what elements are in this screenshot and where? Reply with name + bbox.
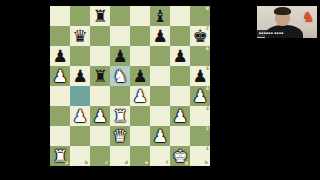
rank-label-4: 4	[206, 87, 209, 92]
webcam-overlay: ♞ ▪▪▪▪▪▪ ▪▪▪▪	[257, 6, 317, 38]
square-b2[interactable]	[70, 126, 90, 146]
square-a7[interactable]	[50, 26, 70, 46]
file-label-d: d	[125, 161, 128, 166]
square-g3[interactable]: ♟	[170, 106, 190, 126]
square-c7[interactable]	[90, 26, 110, 46]
square-a2[interactable]	[50, 126, 70, 146]
square-b5[interactable]: ♟	[70, 66, 90, 86]
square-e7[interactable]	[130, 26, 150, 46]
square-f7[interactable]: ♟	[150, 26, 170, 46]
square-d1[interactable]: d	[110, 146, 130, 166]
square-a3[interactable]	[50, 106, 70, 126]
square-c2[interactable]	[90, 126, 110, 146]
square-b1[interactable]: b	[70, 146, 90, 166]
square-b4[interactable]	[70, 86, 90, 106]
black-pawn[interactable]: ♟	[130, 66, 150, 86]
white-pawn[interactable]: ♟	[130, 86, 150, 106]
file-label-b: b	[85, 161, 88, 166]
square-h2[interactable]: 2	[190, 126, 210, 146]
white-knight[interactable]: ♞	[110, 66, 130, 86]
square-h6[interactable]: 6	[190, 46, 210, 66]
square-b6[interactable]	[70, 46, 90, 66]
file-label-f: f	[166, 161, 168, 166]
square-c1[interactable]: c	[90, 146, 110, 166]
white-rook[interactable]: ♜	[110, 106, 130, 126]
square-c4[interactable]	[90, 86, 110, 106]
square-a6[interactable]: ♟	[50, 46, 70, 66]
square-f5[interactable]	[150, 66, 170, 86]
rank-label-7: 7	[206, 27, 209, 32]
square-b7[interactable]: ♛	[70, 26, 90, 46]
square-d6[interactable]: ♟	[110, 46, 130, 66]
file-label-c: c	[105, 161, 108, 166]
square-f8[interactable]: ♝	[150, 6, 170, 26]
square-a8[interactable]	[50, 6, 70, 26]
white-pawn[interactable]: ♟	[90, 106, 110, 126]
square-g7[interactable]	[170, 26, 190, 46]
square-g4[interactable]	[170, 86, 190, 106]
white-queen[interactable]: ♛	[110, 126, 130, 146]
rank-label-8: 8	[206, 7, 209, 12]
square-g1[interactable]: ♚g	[170, 146, 190, 166]
white-pawn[interactable]: ♟	[70, 106, 90, 126]
webcam-name-label: ▪▪▪▪▪▪ ▪▪▪▪	[257, 30, 295, 37]
black-pawn[interactable]: ♟	[170, 46, 190, 66]
square-g2[interactable]	[170, 126, 190, 146]
square-f1[interactable]: f	[150, 146, 170, 166]
square-f2[interactable]: ♟	[150, 126, 170, 146]
square-e8[interactable]	[130, 6, 150, 26]
square-c6[interactable]	[90, 46, 110, 66]
square-h7[interactable]: ♚7	[190, 26, 210, 46]
webcam-mascot-icon: ♞	[302, 8, 314, 26]
square-h3[interactable]: 3	[190, 106, 210, 126]
square-h8[interactable]: 8	[190, 6, 210, 26]
square-d8[interactable]	[110, 6, 130, 26]
square-e1[interactable]: e	[130, 146, 150, 166]
file-label-e: e	[145, 161, 148, 166]
square-a4[interactable]	[50, 86, 70, 106]
square-d2[interactable]: ♛	[110, 126, 130, 146]
square-c8[interactable]: ♜	[90, 6, 110, 26]
square-c3[interactable]: ♟	[90, 106, 110, 126]
square-e4[interactable]: ♟	[130, 86, 150, 106]
square-g6[interactable]: ♟	[170, 46, 190, 66]
square-e2[interactable]	[130, 126, 150, 146]
rank-label-3: 3	[206, 107, 209, 112]
black-queen[interactable]: ♛	[70, 26, 90, 46]
webcam-person-hair	[274, 7, 291, 15]
square-b3[interactable]: ♟	[70, 106, 90, 126]
square-d3[interactable]: ♜	[110, 106, 130, 126]
white-pawn[interactable]: ♟	[170, 106, 190, 126]
app-root: { "game": "chess", "position": { "fen": …	[0, 0, 320, 180]
rank-label-1: 1	[206, 147, 209, 152]
chess-board: ♜♝8♛♟♚7♟♟♟6♟♟♜♞♟♟5♟♟4♟♟♜♟3♛♟2♜abcdef♚g1h	[50, 6, 210, 166]
square-c5[interactable]: ♜	[90, 66, 110, 86]
square-b8[interactable]	[70, 6, 90, 26]
square-a1[interactable]: ♜a	[50, 146, 70, 166]
square-d4[interactable]	[110, 86, 130, 106]
square-f4[interactable]	[150, 86, 170, 106]
black-bishop[interactable]: ♝	[150, 6, 170, 26]
square-f6[interactable]	[150, 46, 170, 66]
square-e6[interactable]	[130, 46, 150, 66]
square-h1[interactable]: 1h	[190, 146, 210, 166]
square-h5[interactable]: ♟5	[190, 66, 210, 86]
square-e3[interactable]	[130, 106, 150, 126]
square-g8[interactable]	[170, 6, 190, 26]
black-pawn[interactable]: ♟	[50, 46, 70, 66]
black-rook[interactable]: ♜	[90, 6, 110, 26]
square-e5[interactable]: ♟	[130, 66, 150, 86]
white-pawn[interactable]: ♟	[50, 66, 70, 86]
square-h4[interactable]: ♟4	[190, 86, 210, 106]
file-label-a: a	[65, 161, 68, 166]
file-label-h: h	[205, 161, 208, 166]
rank-label-6: 6	[206, 47, 209, 52]
black-pawn[interactable]: ♟	[70, 66, 90, 86]
square-f3[interactable]	[150, 106, 170, 126]
square-g5[interactable]	[170, 66, 190, 86]
square-d5[interactable]: ♞	[110, 66, 130, 86]
rank-label-5: 5	[206, 67, 209, 72]
square-a5[interactable]: ♟	[50, 66, 70, 86]
square-d7[interactable]	[110, 26, 130, 46]
black-pawn[interactable]: ♟	[150, 26, 170, 46]
black-rook[interactable]: ♜	[90, 66, 110, 86]
file-label-g: g	[185, 161, 188, 166]
white-pawn[interactable]: ♟	[150, 126, 170, 146]
black-pawn[interactable]: ♟	[110, 46, 130, 66]
rank-label-2: 2	[206, 127, 209, 132]
